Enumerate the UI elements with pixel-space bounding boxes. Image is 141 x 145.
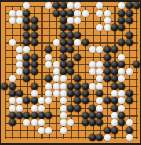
- white-stone: [38, 119, 45, 126]
- black-stone: [82, 83, 89, 90]
- white-stone: [23, 119, 30, 126]
- black-stone: [111, 105, 118, 112]
- white-stone: [96, 24, 103, 31]
- black-stone: [96, 134, 103, 141]
- white-stone: [60, 97, 67, 104]
- white-stone: [23, 46, 30, 53]
- black-stone: [67, 68, 74, 75]
- black-stone: [31, 39, 38, 46]
- black-stone: [16, 90, 23, 97]
- black-stone: [82, 97, 89, 104]
- white-stone: [126, 68, 133, 75]
- black-stone: [126, 39, 133, 46]
- black-stone: [16, 112, 23, 119]
- white-stone: [45, 54, 52, 61]
- white-stone: [89, 61, 96, 68]
- black-stone: [118, 10, 125, 17]
- white-stone: [104, 134, 111, 141]
- black-stone: [60, 2, 67, 9]
- black-stone: [53, 10, 60, 17]
- white-stone: [16, 68, 23, 75]
- black-stone: [118, 83, 125, 90]
- white-stone: [9, 10, 16, 17]
- black-stone: [67, 10, 74, 17]
- white-stone: [111, 119, 118, 126]
- white-stone: [16, 17, 23, 24]
- white-stone: [45, 83, 52, 90]
- black-stone: [104, 46, 111, 53]
- white-stone: [67, 17, 74, 24]
- black-stone: [23, 97, 30, 104]
- white-stone: [53, 39, 60, 46]
- white-stone: [96, 61, 103, 68]
- go-board-frame: [0, 0, 141, 145]
- black-stone: [74, 75, 81, 82]
- black-stone: [23, 10, 30, 17]
- white-stone: [45, 90, 52, 97]
- white-stone: [96, 105, 103, 112]
- black-stone: [31, 17, 38, 24]
- black-stone: [23, 17, 30, 24]
- black-stone: [60, 39, 67, 46]
- black-stone: [60, 61, 67, 68]
- black-stone: [118, 112, 125, 119]
- black-stone: [60, 10, 67, 17]
- black-stone: [67, 39, 74, 46]
- black-stone: [31, 97, 38, 104]
- white-stone: [118, 75, 125, 82]
- white-stone: [89, 83, 96, 90]
- white-stone: [118, 54, 125, 61]
- black-stone: [9, 83, 16, 90]
- white-stone: [60, 105, 67, 112]
- black-stone: [104, 75, 111, 82]
- white-stone: [16, 46, 23, 53]
- white-stone: [45, 61, 52, 68]
- white-stone: [9, 39, 16, 46]
- white-stone: [111, 112, 118, 119]
- black-stone: [74, 97, 81, 104]
- white-stone: [31, 105, 38, 112]
- black-stone: [96, 90, 103, 97]
- white-stone: [53, 68, 60, 75]
- white-stone: [82, 10, 89, 17]
- white-stone: [53, 61, 60, 68]
- black-stone: [118, 61, 125, 68]
- black-stone: [74, 105, 81, 112]
- black-stone: [82, 90, 89, 97]
- black-stone: [67, 83, 74, 90]
- white-stone: [67, 119, 74, 126]
- white-stone: [118, 90, 125, 97]
- white-stone: [45, 2, 52, 9]
- white-stone: [53, 75, 60, 82]
- black-stone: [31, 61, 38, 68]
- white-stone: [89, 68, 96, 75]
- white-stone: [60, 75, 67, 82]
- white-stone: [118, 97, 125, 104]
- black-stone: [45, 112, 52, 119]
- white-stone: [16, 105, 23, 112]
- black-stone: [118, 39, 125, 46]
- black-stone: [104, 54, 111, 61]
- white-stone: [60, 119, 67, 126]
- black-stone: [67, 46, 74, 53]
- black-stone: [45, 75, 52, 82]
- black-stone: [126, 127, 133, 134]
- white-stone: [67, 2, 74, 9]
- black-stone: [9, 112, 16, 119]
- black-stone: [82, 39, 89, 46]
- white-stone: [96, 83, 103, 90]
- black-stone: [96, 119, 103, 126]
- black-stone: [38, 112, 45, 119]
- black-stone: [60, 32, 67, 39]
- white-stone: [111, 90, 118, 97]
- black-stone: [74, 90, 81, 97]
- white-stone: [104, 24, 111, 31]
- black-stone: [31, 32, 38, 39]
- black-stone: [23, 24, 30, 31]
- go-board[interactable]: [1, 2, 140, 143]
- white-stone: [45, 97, 52, 104]
- white-stone: [118, 68, 125, 75]
- black-stone: [1, 83, 8, 90]
- black-stone: [118, 119, 125, 126]
- black-stone: [104, 61, 111, 68]
- black-stone: [104, 97, 111, 104]
- black-stone: [118, 24, 125, 31]
- black-stone: [60, 46, 67, 53]
- black-stone: [31, 68, 38, 75]
- white-stone: [118, 105, 125, 112]
- black-stone: [60, 17, 67, 24]
- white-stone: [16, 10, 23, 17]
- black-stone: [67, 105, 74, 112]
- black-stone: [60, 54, 67, 61]
- white-stone: [53, 83, 60, 90]
- black-stone: [111, 83, 118, 90]
- white-stone: [74, 39, 81, 46]
- black-stone: [126, 97, 133, 104]
- black-stone: [45, 46, 52, 53]
- black-stone: [74, 54, 81, 61]
- white-stone: [23, 2, 30, 9]
- black-stone: [9, 119, 16, 126]
- black-stone: [104, 68, 111, 75]
- black-stone: [111, 75, 118, 82]
- black-stone: [23, 61, 30, 68]
- white-stone: [96, 2, 103, 9]
- black-stone: [111, 61, 118, 68]
- black-stone: [23, 32, 30, 39]
- white-stone: [60, 83, 67, 90]
- black-stone: [89, 112, 96, 119]
- black-stone: [126, 90, 133, 97]
- white-stone: [60, 112, 67, 119]
- black-stone: [133, 2, 140, 9]
- white-stone: [38, 97, 45, 104]
- white-stone: [104, 10, 111, 17]
- black-stone: [9, 90, 16, 97]
- black-stone: [67, 61, 74, 68]
- white-stone: [74, 17, 81, 24]
- white-stone: [60, 127, 67, 134]
- white-stone: [53, 90, 60, 97]
- white-stone: [89, 46, 96, 53]
- black-stone: [82, 119, 89, 126]
- white-stone: [104, 17, 111, 24]
- black-stone: [89, 119, 96, 126]
- white-stone: [16, 97, 23, 104]
- black-stone: [111, 46, 118, 53]
- black-stone: [111, 24, 118, 31]
- black-stone: [31, 112, 38, 119]
- white-stone: [96, 10, 103, 17]
- black-stone: [23, 75, 30, 82]
- white-stone: [60, 90, 67, 97]
- white-stone: [9, 105, 16, 112]
- white-stone: [9, 97, 16, 104]
- white-stone: [38, 105, 45, 112]
- white-stone: [96, 97, 103, 104]
- white-stone: [9, 17, 16, 24]
- black-stone: [74, 32, 81, 39]
- white-stone: [31, 90, 38, 97]
- black-stone: [82, 112, 89, 119]
- black-stone: [23, 68, 30, 75]
- black-stone: [126, 32, 133, 39]
- black-stone: [67, 32, 74, 39]
- black-stone: [31, 24, 38, 31]
- white-stone: [118, 2, 125, 9]
- white-stone: [16, 54, 23, 61]
- white-stone: [96, 75, 103, 82]
- white-stone: [74, 10, 81, 17]
- white-stone: [126, 119, 133, 126]
- black-stone: [111, 127, 118, 134]
- black-stone: [60, 24, 67, 31]
- black-stone: [67, 24, 74, 31]
- white-stone: [45, 127, 52, 134]
- black-stone: [31, 54, 38, 61]
- white-stone: [9, 75, 16, 82]
- black-stone: [53, 2, 60, 9]
- black-stone: [89, 105, 96, 112]
- black-stone: [126, 2, 133, 9]
- black-stone: [126, 17, 133, 24]
- black-stone: [89, 134, 96, 141]
- black-stone: [104, 127, 111, 134]
- white-stone: [31, 119, 38, 126]
- black-stone: [96, 112, 103, 119]
- black-stone: [126, 10, 133, 17]
- black-stone: [118, 17, 125, 24]
- white-stone: [74, 2, 81, 9]
- black-stone: [67, 90, 74, 97]
- black-stone: [111, 68, 118, 75]
- black-stone: [74, 83, 81, 90]
- white-stone: [96, 68, 103, 75]
- black-stone: [31, 83, 38, 90]
- white-stone: [16, 61, 23, 68]
- white-stone: [38, 127, 45, 134]
- black-stone: [111, 97, 118, 104]
- black-stone: [133, 61, 140, 68]
- black-stone: [60, 68, 67, 75]
- white-stone: [96, 46, 103, 53]
- black-stone: [23, 112, 30, 119]
- stones-layer: [1, 2, 140, 141]
- black-stone: [23, 54, 30, 61]
- white-stone: [126, 134, 133, 141]
- black-stone: [23, 39, 30, 46]
